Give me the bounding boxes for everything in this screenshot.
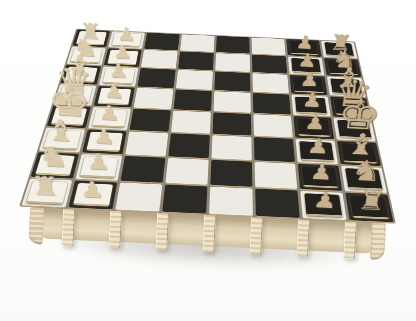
pawn-glyph-icon: ♟ (83, 126, 124, 147)
square-h5[interactable] (209, 187, 253, 216)
black-rook-h8[interactable]: ♜ (345, 193, 393, 222)
square-a5[interactable] (216, 36, 250, 54)
square-a3[interactable] (144, 33, 179, 50)
square-h3[interactable] (115, 183, 162, 212)
perspective-world: ♜♟♟♜♞♟♟♞♝♟♟♝♛♟♟♛♚♟♟♚♝♟♟♝♞♟♟♞♜♟♟♜ (19, 0, 413, 224)
knight-glyph-icon: ♞ (31, 143, 74, 172)
white-pawn-h2[interactable]: ♟ (68, 180, 117, 209)
square-h7[interactable]: ♟ (300, 191, 346, 220)
square-a6[interactable] (252, 38, 286, 56)
pawn-glyph-icon: ♟ (295, 112, 336, 133)
square-h4[interactable] (162, 185, 207, 214)
base-fin (249, 217, 263, 255)
square-c4[interactable] (176, 70, 213, 90)
square-h8[interactable]: ♜ (345, 193, 393, 222)
square-f3[interactable] (125, 131, 168, 156)
square-e4[interactable] (171, 111, 211, 134)
white-rook-h1[interactable]: ♜ (22, 178, 73, 207)
square-b3[interactable] (141, 50, 178, 69)
pawn-glyph-icon: ♟ (95, 81, 132, 101)
square-d5[interactable] (213, 91, 250, 112)
square-d6[interactable] (253, 93, 291, 115)
square-g6[interactable] (255, 162, 298, 189)
square-e6[interactable] (253, 114, 292, 137)
square-e5[interactable] (213, 112, 252, 135)
square-e3[interactable] (130, 109, 171, 132)
base-fin (202, 215, 216, 253)
pawn-glyph-icon: ♟ (100, 61, 136, 81)
pawn-glyph-icon: ♟ (299, 162, 343, 184)
square-c5[interactable] (214, 72, 250, 92)
pawn-glyph-icon: ♟ (291, 70, 329, 90)
rook-glyph-icon: ♜ (348, 188, 395, 214)
base-fin (343, 221, 357, 259)
square-c6[interactable] (252, 73, 288, 93)
square-d4[interactable] (174, 90, 212, 111)
square-g5[interactable] (210, 160, 252, 187)
pawn-glyph-icon: ♟ (70, 179, 114, 201)
square-h6[interactable] (255, 189, 300, 218)
square-b5[interactable] (215, 53, 250, 72)
square-h1[interactable]: ♜ (22, 178, 73, 207)
scene-tilt: ♜♟♟♜♞♟♟♞♝♟♟♝♛♟♟♛♚♟♟♚♝♟♟♝♞♟♟♞♜♟♟♜ (0, 0, 416, 321)
base-fin (155, 213, 169, 251)
pawn-glyph-icon: ♟ (289, 51, 325, 70)
square-a4[interactable] (180, 34, 214, 52)
chessboard: ♜♟♟♜♞♟♟♞♝♟♟♝♛♟♟♛♚♟♟♚♝♟♟♝♞♟♟♞♜♟♟♜ (19, 29, 396, 224)
pawn-glyph-icon: ♟ (302, 189, 348, 211)
base-left-sidewall (29, 207, 45, 245)
square-c3[interactable] (137, 68, 175, 88)
square-f4[interactable] (168, 133, 209, 158)
square-f5[interactable] (211, 135, 251, 160)
black-pawn-h7[interactable]: ♟ (300, 191, 346, 220)
pawn-glyph-icon: ♟ (297, 136, 339, 157)
base-fin (296, 219, 310, 257)
pawn-glyph-icon: ♟ (77, 151, 119, 173)
base-fin (61, 208, 75, 246)
square-d3[interactable] (134, 88, 174, 109)
pawn-glyph-icon: ♟ (293, 90, 332, 110)
square-g3[interactable] (120, 156, 165, 183)
square-f6[interactable] (254, 137, 295, 162)
product-photo-stage: ♜♟♟♜♞♟♟♞♝♟♟♝♛♟♟♛♚♟♟♚♝♟♟♝♞♟♟♞♜♟♟♜ (0, 0, 416, 321)
base-fin (108, 211, 122, 249)
square-b6[interactable] (252, 55, 287, 74)
square-b4[interactable] (178, 52, 214, 71)
rook-glyph-icon: ♜ (23, 173, 68, 199)
square-g4[interactable] (165, 158, 208, 185)
pawn-glyph-icon: ♟ (89, 103, 128, 124)
base-right-sidewall (370, 222, 386, 260)
knight-glyph-icon: ♞ (344, 157, 390, 185)
square-h2[interactable]: ♟ (68, 180, 117, 209)
